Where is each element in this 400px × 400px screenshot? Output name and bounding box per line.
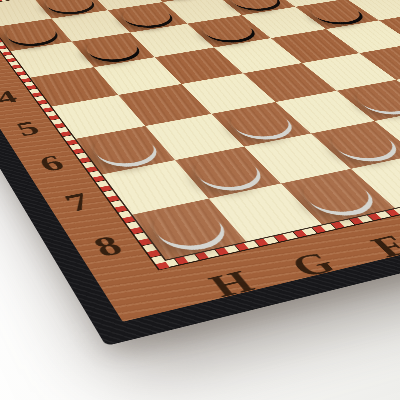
black-checker-g3[interactable] bbox=[80, 36, 145, 63]
white-checker-h6[interactable] bbox=[86, 130, 164, 168]
checkers-board: 12345678HGFEDCBA bbox=[0, 0, 400, 346]
photo-scene: Checkers (Draughts) 12345678HGFEDCBA bbox=[0, 0, 400, 400]
black-checker-h2[interactable] bbox=[1, 21, 63, 47]
black-checker-f2[interactable] bbox=[116, 5, 178, 29]
